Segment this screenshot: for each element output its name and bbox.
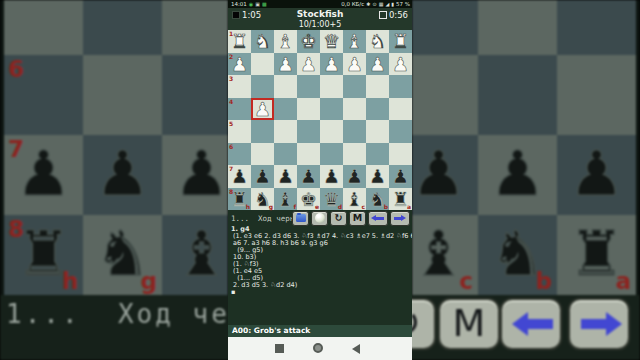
recorder-icon: ▩ xyxy=(262,0,267,8)
rank-label: 5 xyxy=(229,120,233,127)
square-h6[interactable]: 6 xyxy=(228,143,251,166)
backdrop-square: ♟ xyxy=(83,135,162,215)
backdrop-square: 7♟ xyxy=(4,135,83,215)
camera-icon: ▣ xyxy=(255,0,260,8)
piece-wN-g1: ♞ xyxy=(251,30,274,53)
square-e2[interactable]: ♟ xyxy=(297,53,320,76)
square-f1[interactable]: ♝ xyxy=(274,30,297,53)
backdrop-square: c♝ xyxy=(412,215,478,295)
square-h8[interactable]: 8h♜ xyxy=(228,188,251,211)
square-a4[interactable] xyxy=(389,98,412,121)
signal-icon: ◢ xyxy=(385,0,389,8)
backdrop-square: 6 xyxy=(4,55,83,135)
battery-icon: ▮ xyxy=(391,0,394,8)
square-h7[interactable]: 7♟ xyxy=(228,165,251,188)
square-e4[interactable] xyxy=(297,98,320,121)
engine-ball-icon xyxy=(315,213,325,223)
net-speed: 0,0 КБ/с xyxy=(341,0,364,8)
bluetooth-icon: ✱ xyxy=(366,0,370,8)
move-line[interactable]: (9... g5) xyxy=(231,247,409,254)
move-line[interactable]: ▪ xyxy=(231,289,409,296)
piece-bP-b7: ♟ xyxy=(366,165,389,188)
whatsapp-icon: ◉ xyxy=(249,0,253,8)
backdrop-piece-bR: ♜ xyxy=(557,215,636,295)
square-b2[interactable]: ♟ xyxy=(366,53,389,76)
piece-wR-a1: ♜ xyxy=(389,30,412,53)
battery-percent: 57 % xyxy=(396,0,410,8)
phone-screen: 14:01 ◉ ▣ ▩ 0,0 КБ/с ✱ ⊙ ▦ ◢ ▮ 57 % 1:05… xyxy=(228,0,412,360)
backdrop-right-panel: ♟♟♟c♝b♞a♜ xyxy=(412,0,640,295)
open-folder-button[interactable] xyxy=(292,211,309,226)
right-arrow-icon xyxy=(580,312,622,336)
move-line[interactable]: 2. d3 d5 3. ♘d2 d4) xyxy=(231,282,409,289)
status-right: 0,0 КБ/с ✱ ⊙ ▦ ◢ ▮ 57 % xyxy=(341,0,410,8)
piece-wP-e2: ♟ xyxy=(297,53,320,76)
square-h5[interactable]: 5 xyxy=(228,120,251,143)
home-button[interactable] xyxy=(313,343,323,353)
left-arrow-icon xyxy=(512,312,554,336)
square-b5[interactable] xyxy=(366,120,389,143)
backdrop-square xyxy=(162,0,228,55)
app-header: 1:05 Stockfish 0:56 10/1:00+5 xyxy=(228,8,412,30)
backdrop-square xyxy=(412,55,478,135)
piece-bP-a7: ♟ xyxy=(389,165,412,188)
mode-icon: M xyxy=(440,300,498,346)
square-e1[interactable]: ♚ xyxy=(297,30,320,53)
rank-label: 1 xyxy=(229,30,233,37)
square-e5[interactable] xyxy=(297,120,320,143)
backdrop-square xyxy=(557,55,636,135)
piece-wP-b2: ♟ xyxy=(366,53,389,76)
eco-bar: A00: Grob's attack xyxy=(228,325,412,337)
backdrop-piece-bB: ♝ xyxy=(162,215,228,295)
rank-label: 3 xyxy=(229,75,233,82)
backdrop-square: b♞ xyxy=(478,215,557,295)
status-bar: 14:01 ◉ ▣ ▩ 0,0 КБ/с ✱ ⊙ ▦ ◢ ▮ 57 % xyxy=(228,0,412,8)
rank-label: 4 xyxy=(229,98,233,105)
backdrop-right-grid: ♟♟♟c♝b♞a♜ xyxy=(412,0,636,295)
sim-icon: ▦ xyxy=(379,0,384,8)
engine-ball-button[interactable] xyxy=(311,211,328,226)
piece-bP-g7: ♟ xyxy=(251,165,274,188)
backdrop-piece-bB: ♝ xyxy=(412,215,478,295)
square-c5[interactable] xyxy=(343,120,366,143)
square-b7[interactable]: ♟ xyxy=(366,165,389,188)
square-a2[interactable]: ♟ xyxy=(389,53,412,76)
backdrop-piece-bP: ♟ xyxy=(83,135,162,215)
backdrop-square: 8h♜ xyxy=(4,215,83,295)
piece-wN-b1: ♞ xyxy=(366,30,389,53)
backdrop-square: ♟ xyxy=(478,135,557,215)
rank-label: 8 xyxy=(229,188,233,195)
square-d6[interactable] xyxy=(320,143,343,166)
backdrop-rank-label: 6 xyxy=(8,56,24,82)
backdrop-square xyxy=(4,0,83,55)
file-label: e xyxy=(315,203,319,210)
backdrop-left-grid: 67♟♟♟8h♜g♞♝ xyxy=(4,0,228,295)
piece-wB-c1: ♝ xyxy=(343,30,366,53)
square-d3[interactable] xyxy=(320,75,343,98)
square-f6[interactable] xyxy=(274,143,297,166)
square-a5[interactable] xyxy=(389,120,412,143)
file-label: g xyxy=(269,203,273,210)
time-control: 10/1:00+5 xyxy=(228,20,412,29)
square-g5[interactable] xyxy=(251,120,274,143)
square-c8[interactable]: c♝ xyxy=(343,188,366,211)
board: 1♜♞♝♚♛♝♞♜2♟♟♟♟♟♟♟34♟567♟♟♟♟♟♟♟♟8h♜g♞f♝e♚… xyxy=(228,30,412,210)
backdrop-square: ♟ xyxy=(557,135,636,215)
square-e7[interactable]: ♟ xyxy=(297,165,320,188)
sync-icon: ⊙ xyxy=(372,0,376,8)
square-f5[interactable] xyxy=(274,120,297,143)
square-g8[interactable]: g♞ xyxy=(251,188,274,211)
square-c6[interactable] xyxy=(343,143,366,166)
backdrop-piece-bR: ♜ xyxy=(4,215,83,295)
square-h3[interactable]: 3 xyxy=(228,75,251,98)
toolbar: ↻M xyxy=(292,211,410,226)
backdrop-piece-bN: ♞ xyxy=(478,215,557,295)
mode-icon: M xyxy=(350,212,365,224)
square-e8[interactable]: e♚ xyxy=(297,188,320,211)
rotate-icon: ↻ xyxy=(331,212,346,224)
square-g4[interactable]: ♟ xyxy=(251,98,274,121)
piece-bP-d7: ♟ xyxy=(320,165,343,188)
square-d8[interactable]: d♛ xyxy=(320,188,343,211)
folder-icon xyxy=(296,214,306,222)
back-arrow-button[interactable] xyxy=(368,211,388,226)
backdrop-piece-bP: ♟ xyxy=(557,135,636,215)
square-g2[interactable] xyxy=(251,53,274,76)
square-d7[interactable]: ♟ xyxy=(320,165,343,188)
forward-arrow-button[interactable] xyxy=(390,211,410,226)
backdrop-square xyxy=(83,0,162,55)
white-clock-time: 0:56 xyxy=(389,10,408,20)
square-b6[interactable] xyxy=(366,143,389,166)
square-b3[interactable] xyxy=(366,75,389,98)
rank-label: 6 xyxy=(229,143,233,150)
backdrop-piece-bP: ♟ xyxy=(4,135,83,215)
backdrop-forward-arrow-button xyxy=(568,298,630,350)
rotate-button[interactable]: ↻ xyxy=(330,211,347,226)
mode-button[interactable]: M xyxy=(349,211,366,226)
square-f4[interactable] xyxy=(274,98,297,121)
square-a6[interactable] xyxy=(389,143,412,166)
square-f3[interactable] xyxy=(274,75,297,98)
backdrop-square xyxy=(162,55,228,135)
move-strip: 1... Ход черных ↻M xyxy=(228,210,412,226)
piece-wB-f1: ♝ xyxy=(274,30,297,53)
square-a3[interactable] xyxy=(389,75,412,98)
backdrop-piece-bP: ♟ xyxy=(412,135,478,215)
rank-label: 2 xyxy=(229,53,233,60)
square-h2[interactable]: 2♟ xyxy=(228,53,251,76)
square-g7[interactable]: ♟ xyxy=(251,165,274,188)
piece-wP-a2: ♟ xyxy=(389,53,412,76)
backdrop-square: ♝ xyxy=(162,215,228,295)
status-left: 14:01 ◉ ▣ ▩ xyxy=(231,0,267,8)
square-d2[interactable]: ♟ xyxy=(320,53,343,76)
square-d5[interactable] xyxy=(320,120,343,143)
square-a1[interactable]: ♜ xyxy=(389,30,412,53)
file-label: b xyxy=(384,203,388,210)
backdrop-left-panel: 67♟♟♟8h♜g♞♝ xyxy=(0,0,228,295)
square-a7[interactable]: ♟ xyxy=(389,165,412,188)
square-c1[interactable]: ♝ xyxy=(343,30,366,53)
file-label: c xyxy=(361,203,365,210)
square-d4[interactable] xyxy=(320,98,343,121)
android-nav-bar xyxy=(228,337,412,360)
square-g3[interactable] xyxy=(251,75,274,98)
move-list[interactable]: 1. g4 (1. e3 e6 2. d3 d6 3. ♘f3 ♗d7 4. ♘… xyxy=(231,226,409,296)
backdrop-piece-bP: ♟ xyxy=(478,135,557,215)
status-time: 14:01 xyxy=(231,0,247,8)
square-e3[interactable] xyxy=(297,75,320,98)
recents-button[interactable] xyxy=(275,344,284,353)
file-label: d xyxy=(338,203,342,210)
square-f2[interactable]: ♟ xyxy=(274,53,297,76)
backdrop-square xyxy=(478,55,557,135)
backdrop-mode-button: M xyxy=(438,298,500,350)
backdrop-square xyxy=(83,55,162,135)
backdrop-square xyxy=(412,0,478,55)
piece-bP-e7: ♟ xyxy=(297,165,320,188)
backdrop-square xyxy=(478,0,557,55)
square-d1[interactable]: ♛ xyxy=(320,30,343,53)
video-frame: 67♟♟♟8h♜g♞♝ ♟♟♟c♝b♞a♜ 1... Ход черных ↻M… xyxy=(0,0,640,360)
square-c3[interactable] xyxy=(343,75,366,98)
square-b1[interactable]: ♞ xyxy=(366,30,389,53)
piece-wQ-d1: ♛ xyxy=(320,30,343,53)
piece-wP-d2: ♟ xyxy=(320,53,343,76)
backdrop-square: ♟ xyxy=(412,135,478,215)
file-label: f xyxy=(293,203,296,210)
back-button[interactable] xyxy=(352,344,360,354)
white-square-icon xyxy=(379,11,387,19)
square-b4[interactable] xyxy=(366,98,389,121)
piece-wP-c2: ♟ xyxy=(343,53,366,76)
backdrop-back-arrow-button xyxy=(500,298,562,350)
right-arrow-icon xyxy=(393,215,406,222)
white-clock: 0:56 xyxy=(379,10,408,20)
square-c2[interactable]: ♟ xyxy=(343,53,366,76)
square-f8[interactable]: f♝ xyxy=(274,188,297,211)
piece-bP-c7: ♟ xyxy=(343,165,366,188)
backdrop-square xyxy=(557,0,636,55)
rank-label: 7 xyxy=(229,165,233,172)
backdrop-square: g♞ xyxy=(83,215,162,295)
square-e6[interactable] xyxy=(297,143,320,166)
left-arrow-icon xyxy=(371,215,384,222)
file-label: a xyxy=(407,203,411,210)
backdrop-piece-bP: ♟ xyxy=(162,135,228,215)
square-b8[interactable]: b♞ xyxy=(366,188,389,211)
square-h1[interactable]: 1♜ xyxy=(228,30,251,53)
backdrop-square: a♜ xyxy=(557,215,636,295)
backdrop-square: ♟ xyxy=(162,135,228,215)
backdrop-piece-bN: ♞ xyxy=(83,215,162,295)
square-g6[interactable] xyxy=(251,143,274,166)
piece-wK-e1: ♚ xyxy=(297,30,320,53)
square-c4[interactable] xyxy=(343,98,366,121)
file-label: h xyxy=(246,203,250,210)
square-f7[interactable]: ♟ xyxy=(274,165,297,188)
square-h4[interactable]: 4 xyxy=(228,98,251,121)
square-g1[interactable]: ♞ xyxy=(251,30,274,53)
square-c7[interactable]: ♟ xyxy=(343,165,366,188)
piece-wP-f2: ♟ xyxy=(274,53,297,76)
piece-wP-g4: ♟ xyxy=(251,98,274,121)
square-a8[interactable]: a♜ xyxy=(389,188,412,211)
piece-bP-f7: ♟ xyxy=(274,165,297,188)
